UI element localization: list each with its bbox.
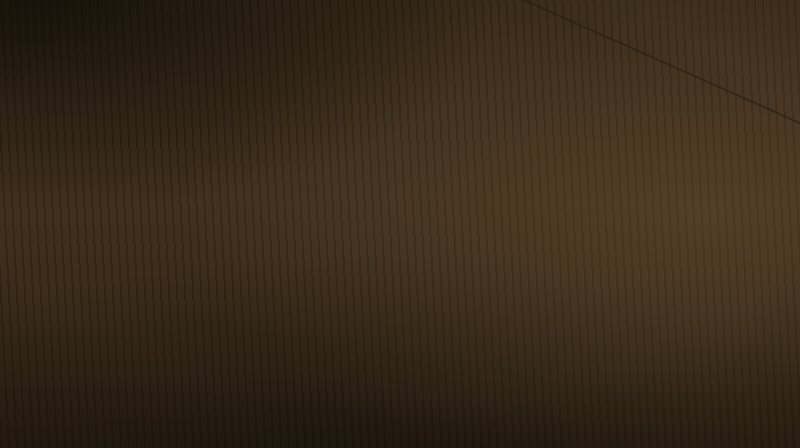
table-surface [0, 0, 800, 448]
